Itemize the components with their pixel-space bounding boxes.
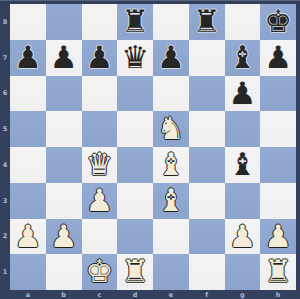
- white-pawn[interactable]: ♟: [14, 219, 42, 255]
- white-knight[interactable]: ♞: [157, 111, 185, 147]
- rank-label-8: 8: [0, 4, 10, 40]
- square-a4[interactable]: [10, 147, 46, 183]
- square-a2[interactable]: ♟: [10, 219, 46, 255]
- square-g8[interactable]: [225, 4, 261, 40]
- rank-label-6: 6: [0, 76, 10, 112]
- square-g7[interactable]: ♝: [225, 40, 261, 76]
- square-f7[interactable]: [189, 40, 225, 76]
- rank-label-4: 4: [0, 147, 10, 183]
- rank-label-3: 3: [0, 183, 10, 219]
- rank-label-2: 2: [0, 219, 10, 255]
- square-e6[interactable]: [153, 76, 189, 112]
- square-b5[interactable]: [46, 111, 82, 147]
- rank-labels: 87654321: [0, 4, 10, 290]
- square-b6[interactable]: [46, 76, 82, 112]
- square-c8[interactable]: [82, 4, 118, 40]
- square-c6[interactable]: [82, 76, 118, 112]
- white-rook[interactable]: ♜: [264, 254, 292, 290]
- square-h6[interactable]: [260, 76, 296, 112]
- file-label-f: f: [189, 290, 225, 299]
- square-g6[interactable]: ♟: [225, 76, 261, 112]
- square-d3[interactable]: [117, 183, 153, 219]
- file-label-a: a: [10, 290, 46, 299]
- square-c1[interactable]: ♚: [82, 254, 118, 290]
- file-label-h: h: [260, 290, 296, 299]
- white-pawn[interactable]: ♟: [50, 219, 78, 255]
- black-pawn[interactable]: ♟: [85, 40, 113, 76]
- square-b1[interactable]: [46, 254, 82, 290]
- square-a1[interactable]: [10, 254, 46, 290]
- square-e5[interactable]: ♞: [153, 111, 189, 147]
- square-h7[interactable]: ♟: [260, 40, 296, 76]
- white-bishop[interactable]: ♝: [157, 183, 185, 219]
- file-label-d: d: [117, 290, 153, 299]
- square-a6[interactable]: [10, 76, 46, 112]
- square-g1[interactable]: [225, 254, 261, 290]
- square-f4[interactable]: [189, 147, 225, 183]
- square-f6[interactable]: [189, 76, 225, 112]
- file-label-c: c: [82, 290, 118, 299]
- square-c4[interactable]: ♛: [82, 147, 118, 183]
- square-f1[interactable]: [189, 254, 225, 290]
- square-d6[interactable]: [117, 76, 153, 112]
- square-b8[interactable]: [46, 4, 82, 40]
- square-h1[interactable]: ♜: [260, 254, 296, 290]
- rank-label-1: 1: [0, 254, 10, 290]
- square-h2[interactable]: ♟: [260, 219, 296, 255]
- square-e7[interactable]: ♟: [153, 40, 189, 76]
- square-e4[interactable]: ♝: [153, 147, 189, 183]
- square-h8[interactable]: ♚: [260, 4, 296, 40]
- chess-board-frame: ♜♜♚♟♟♟♛♟♝♟♟♞♛♝♝♟♝♟♟♟♟♚♜♜ 87654321 abcdef…: [0, 0, 300, 299]
- square-d4[interactable]: [117, 147, 153, 183]
- black-pawn[interactable]: ♟: [228, 76, 256, 112]
- square-f8[interactable]: ♜: [189, 4, 225, 40]
- square-d2[interactable]: [117, 219, 153, 255]
- black-bishop[interactable]: ♝: [228, 40, 256, 76]
- square-f3[interactable]: [189, 183, 225, 219]
- square-c2[interactable]: [82, 219, 118, 255]
- square-e1[interactable]: [153, 254, 189, 290]
- square-a5[interactable]: [10, 111, 46, 147]
- square-a3[interactable]: [10, 183, 46, 219]
- square-d7[interactable]: ♛: [117, 40, 153, 76]
- black-king[interactable]: ♚: [264, 4, 292, 40]
- rank-label-5: 5: [0, 111, 10, 147]
- square-d8[interactable]: ♜: [117, 4, 153, 40]
- black-pawn[interactable]: ♟: [50, 40, 78, 76]
- black-rook[interactable]: ♜: [121, 4, 149, 40]
- square-b3[interactable]: [46, 183, 82, 219]
- square-c3[interactable]: ♟: [82, 183, 118, 219]
- square-e8[interactable]: [153, 4, 189, 40]
- square-g4[interactable]: ♝: [225, 147, 261, 183]
- square-a7[interactable]: ♟: [10, 40, 46, 76]
- rank-label-7: 7: [0, 40, 10, 76]
- file-label-e: e: [153, 290, 189, 299]
- square-d5[interactable]: [117, 111, 153, 147]
- black-pawn[interactable]: ♟: [157, 40, 185, 76]
- black-queen[interactable]: ♛: [121, 40, 149, 76]
- white-rook[interactable]: ♜: [121, 254, 149, 290]
- square-g2[interactable]: ♟: [225, 219, 261, 255]
- square-g5[interactable]: [225, 111, 261, 147]
- square-d1[interactable]: ♜: [117, 254, 153, 290]
- black-pawn[interactable]: ♟: [264, 40, 292, 76]
- white-pawn[interactable]: ♟: [264, 219, 292, 255]
- square-f5[interactable]: [189, 111, 225, 147]
- square-b7[interactable]: ♟: [46, 40, 82, 76]
- square-f2[interactable]: [189, 219, 225, 255]
- square-h3[interactable]: [260, 183, 296, 219]
- square-e2[interactable]: [153, 219, 189, 255]
- file-label-g: g: [225, 290, 261, 299]
- square-g3[interactable]: [225, 183, 261, 219]
- chess-board: ♜♜♚♟♟♟♛♟♝♟♟♞♛♝♝♟♝♟♟♟♟♚♜♜: [10, 4, 296, 290]
- white-pawn[interactable]: ♟: [228, 219, 256, 255]
- white-pawn[interactable]: ♟: [85, 183, 113, 219]
- square-b2[interactable]: ♟: [46, 219, 82, 255]
- file-labels: abcdefgh: [10, 290, 296, 299]
- square-a8[interactable]: [10, 4, 46, 40]
- black-bishop[interactable]: ♝: [228, 147, 256, 183]
- black-rook[interactable]: ♜: [193, 4, 221, 40]
- square-e3[interactable]: ♝: [153, 183, 189, 219]
- square-h5[interactable]: [260, 111, 296, 147]
- square-c7[interactable]: ♟: [82, 40, 118, 76]
- square-b4[interactable]: [46, 147, 82, 183]
- white-king[interactable]: ♚: [85, 254, 113, 290]
- black-pawn[interactable]: ♟: [14, 40, 42, 76]
- white-queen[interactable]: ♛: [85, 147, 113, 183]
- square-c5[interactable]: [82, 111, 118, 147]
- square-h4[interactable]: [260, 147, 296, 183]
- white-bishop[interactable]: ♝: [157, 147, 185, 183]
- file-label-b: b: [46, 290, 82, 299]
